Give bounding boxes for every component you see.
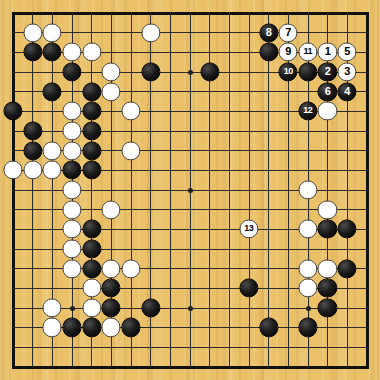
intersection-15-11[interactable]: [298, 219, 318, 239]
intersection-14-14[interactable]: [278, 278, 298, 298]
intersection-6-5[interactable]: [121, 101, 141, 121]
intersection-16-2[interactable]: 1: [318, 42, 338, 62]
intersection-14-15[interactable]: [278, 298, 298, 318]
intersection-6-18[interactable]: [121, 357, 141, 377]
intersection-12-14[interactable]: [239, 278, 259, 298]
intersection-7-6[interactable]: [141, 121, 161, 141]
intersection-13-12[interactable]: [259, 239, 279, 259]
intersection-9-2[interactable]: [180, 42, 200, 62]
intersection-18-17[interactable]: [357, 337, 377, 357]
intersection-2-11[interactable]: [42, 219, 62, 239]
intersection-1-1[interactable]: [23, 23, 43, 43]
intersection-11-11[interactable]: [219, 219, 239, 239]
intersection-18-1[interactable]: [357, 23, 377, 43]
intersection-17-9[interactable]: [337, 180, 357, 200]
intersection-8-10[interactable]: [160, 200, 180, 220]
intersection-13-2[interactable]: [259, 42, 279, 62]
intersection-4-14[interactable]: [82, 278, 102, 298]
intersection-16-16[interactable]: [318, 318, 338, 338]
intersection-1-8[interactable]: [23, 160, 43, 180]
intersection-16-9[interactable]: [318, 180, 338, 200]
intersection-6-4[interactable]: [121, 82, 141, 102]
intersection-1-15[interactable]: [23, 298, 43, 318]
intersection-0-6[interactable]: [3, 121, 23, 141]
intersection-7-10[interactable]: [141, 200, 161, 220]
intersection-1-10[interactable]: [23, 200, 43, 220]
intersection-2-1[interactable]: [42, 23, 62, 43]
intersection-1-9[interactable]: [23, 180, 43, 200]
intersection-2-2[interactable]: [42, 42, 62, 62]
intersection-5-9[interactable]: [101, 180, 121, 200]
intersection-10-10[interactable]: [200, 200, 220, 220]
intersection-18-8[interactable]: [357, 160, 377, 180]
intersection-7-9[interactable]: [141, 180, 161, 200]
intersection-8-16[interactable]: [160, 318, 180, 338]
intersection-4-5[interactable]: [82, 101, 102, 121]
intersection-7-14[interactable]: [141, 278, 161, 298]
intersection-16-14[interactable]: [318, 278, 338, 298]
intersection-4-1[interactable]: [82, 23, 102, 43]
intersection-4-3[interactable]: [82, 62, 102, 82]
intersection-14-17[interactable]: [278, 337, 298, 357]
intersection-14-16[interactable]: [278, 318, 298, 338]
intersection-2-0[interactable]: [42, 3, 62, 23]
intersection-13-14[interactable]: [259, 278, 279, 298]
intersection-11-1[interactable]: [219, 23, 239, 43]
intersection-17-18[interactable]: [337, 357, 357, 377]
intersection-16-15[interactable]: [318, 298, 338, 318]
intersection-16-3[interactable]: 2: [318, 62, 338, 82]
intersection-5-14[interactable]: [101, 278, 121, 298]
intersection-18-9[interactable]: [357, 180, 377, 200]
intersection-14-8[interactable]: [278, 160, 298, 180]
intersection-9-10[interactable]: [180, 200, 200, 220]
intersection-11-17[interactable]: [219, 337, 239, 357]
intersection-10-18[interactable]: [200, 357, 220, 377]
intersection-8-2[interactable]: [160, 42, 180, 62]
intersection-15-16[interactable]: [298, 318, 318, 338]
intersection-18-11[interactable]: [357, 219, 377, 239]
intersection-10-16[interactable]: [200, 318, 220, 338]
intersection-6-10[interactable]: [121, 200, 141, 220]
intersection-14-10[interactable]: [278, 200, 298, 220]
intersection-4-2[interactable]: [82, 42, 102, 62]
intersection-5-2[interactable]: [101, 42, 121, 62]
intersection-7-2[interactable]: [141, 42, 161, 62]
intersection-9-9[interactable]: [180, 180, 200, 200]
intersection-2-16[interactable]: [42, 318, 62, 338]
intersection-13-3[interactable]: [259, 62, 279, 82]
intersection-14-9[interactable]: [278, 180, 298, 200]
intersection-2-9[interactable]: [42, 180, 62, 200]
intersection-18-7[interactable]: [357, 141, 377, 161]
intersection-0-8[interactable]: [3, 160, 23, 180]
intersection-15-2[interactable]: 11: [298, 42, 318, 62]
intersection-16-6[interactable]: [318, 121, 338, 141]
intersection-0-4[interactable]: [3, 82, 23, 102]
intersection-2-6[interactable]: [42, 121, 62, 141]
intersection-17-14[interactable]: [337, 278, 357, 298]
intersection-8-0[interactable]: [160, 3, 180, 23]
intersection-1-6[interactable]: [23, 121, 43, 141]
intersection-10-14[interactable]: [200, 278, 220, 298]
intersection-8-15[interactable]: [160, 298, 180, 318]
intersection-4-0[interactable]: [82, 3, 102, 23]
intersection-11-6[interactable]: [219, 121, 239, 141]
intersection-0-3[interactable]: [3, 62, 23, 82]
intersection-3-13[interactable]: [62, 259, 82, 279]
intersection-4-18[interactable]: [82, 357, 102, 377]
intersection-15-1[interactable]: [298, 23, 318, 43]
intersection-0-17[interactable]: [3, 337, 23, 357]
intersection-2-3[interactable]: [42, 62, 62, 82]
intersection-10-17[interactable]: [200, 337, 220, 357]
intersection-8-17[interactable]: [160, 337, 180, 357]
intersection-1-14[interactable]: [23, 278, 43, 298]
intersection-1-2[interactable]: [23, 42, 43, 62]
intersection-10-4[interactable]: [200, 82, 220, 102]
intersection-14-12[interactable]: [278, 239, 298, 259]
intersection-12-4[interactable]: [239, 82, 259, 102]
intersection-4-9[interactable]: [82, 180, 102, 200]
intersection-18-13[interactable]: [357, 259, 377, 279]
intersection-0-9[interactable]: [3, 180, 23, 200]
intersection-6-11[interactable]: [121, 219, 141, 239]
intersection-17-4[interactable]: 4: [337, 82, 357, 102]
intersection-6-2[interactable]: [121, 42, 141, 62]
intersection-10-8[interactable]: [200, 160, 220, 180]
intersection-12-1[interactable]: [239, 23, 259, 43]
intersection-9-13[interactable]: [180, 259, 200, 279]
intersection-3-9[interactable]: [62, 180, 82, 200]
intersection-9-11[interactable]: [180, 219, 200, 239]
intersection-17-0[interactable]: [337, 3, 357, 23]
intersection-18-15[interactable]: [357, 298, 377, 318]
intersection-12-11[interactable]: 13: [239, 219, 259, 239]
intersection-4-10[interactable]: [82, 200, 102, 220]
intersection-10-3[interactable]: [200, 62, 220, 82]
intersection-0-11[interactable]: [3, 219, 23, 239]
intersection-5-11[interactable]: [101, 219, 121, 239]
intersection-16-7[interactable]: [318, 141, 338, 161]
intersection-17-3[interactable]: 3: [337, 62, 357, 82]
intersection-11-7[interactable]: [219, 141, 239, 161]
intersection-16-5[interactable]: [318, 101, 338, 121]
intersection-12-15[interactable]: [239, 298, 259, 318]
intersection-6-14[interactable]: [121, 278, 141, 298]
intersection-9-7[interactable]: [180, 141, 200, 161]
intersection-4-7[interactable]: [82, 141, 102, 161]
intersection-8-6[interactable]: [160, 121, 180, 141]
intersection-18-0[interactable]: [357, 3, 377, 23]
intersection-5-18[interactable]: [101, 357, 121, 377]
intersection-15-17[interactable]: [298, 337, 318, 357]
intersection-12-13[interactable]: [239, 259, 259, 279]
intersection-7-11[interactable]: [141, 219, 161, 239]
intersection-2-4[interactable]: [42, 82, 62, 102]
intersection-15-12[interactable]: [298, 239, 318, 259]
intersection-1-0[interactable]: [23, 3, 43, 23]
intersection-11-16[interactable]: [219, 318, 239, 338]
intersection-17-15[interactable]: [337, 298, 357, 318]
intersection-17-12[interactable]: [337, 239, 357, 259]
intersection-18-2[interactable]: [357, 42, 377, 62]
intersection-11-14[interactable]: [219, 278, 239, 298]
intersection-5-4[interactable]: [101, 82, 121, 102]
intersection-2-7[interactable]: [42, 141, 62, 161]
intersection-3-4[interactable]: [62, 82, 82, 102]
intersection-14-7[interactable]: [278, 141, 298, 161]
intersection-3-14[interactable]: [62, 278, 82, 298]
intersection-2-15[interactable]: [42, 298, 62, 318]
intersection-15-3[interactable]: [298, 62, 318, 82]
intersection-7-5[interactable]: [141, 101, 161, 121]
intersection-7-3[interactable]: [141, 62, 161, 82]
intersection-0-1[interactable]: [3, 23, 23, 43]
intersection-10-7[interactable]: [200, 141, 220, 161]
intersection-0-10[interactable]: [3, 200, 23, 220]
intersection-7-13[interactable]: [141, 259, 161, 279]
intersection-12-5[interactable]: [239, 101, 259, 121]
intersection-5-15[interactable]: [101, 298, 121, 318]
intersection-11-10[interactable]: [219, 200, 239, 220]
intersection-1-7[interactable]: [23, 141, 43, 161]
intersection-8-11[interactable]: [160, 219, 180, 239]
intersection-8-9[interactable]: [160, 180, 180, 200]
intersection-2-10[interactable]: [42, 200, 62, 220]
intersection-1-4[interactable]: [23, 82, 43, 102]
intersection-5-5[interactable]: [101, 101, 121, 121]
intersection-11-3[interactable]: [219, 62, 239, 82]
intersection-12-0[interactable]: [239, 3, 259, 23]
intersection-3-6[interactable]: [62, 121, 82, 141]
intersection-15-10[interactable]: [298, 200, 318, 220]
intersection-1-5[interactable]: [23, 101, 43, 121]
intersection-13-5[interactable]: [259, 101, 279, 121]
intersection-9-3[interactable]: [180, 62, 200, 82]
intersection-17-6[interactable]: [337, 121, 357, 141]
intersection-9-18[interactable]: [180, 357, 200, 377]
intersection-5-3[interactable]: [101, 62, 121, 82]
intersection-14-6[interactable]: [278, 121, 298, 141]
intersection-9-16[interactable]: [180, 318, 200, 338]
intersection-2-5[interactable]: [42, 101, 62, 121]
intersection-16-11[interactable]: [318, 219, 338, 239]
intersection-16-8[interactable]: [318, 160, 338, 180]
intersection-14-11[interactable]: [278, 219, 298, 239]
intersection-5-7[interactable]: [101, 141, 121, 161]
intersection-17-16[interactable]: [337, 318, 357, 338]
intersection-8-12[interactable]: [160, 239, 180, 259]
intersection-6-7[interactable]: [121, 141, 141, 161]
intersection-13-1[interactable]: 8: [259, 23, 279, 43]
intersection-6-9[interactable]: [121, 180, 141, 200]
intersection-4-11[interactable]: [82, 219, 102, 239]
intersection-9-6[interactable]: [180, 121, 200, 141]
intersection-11-15[interactable]: [219, 298, 239, 318]
intersection-9-15[interactable]: [180, 298, 200, 318]
intersection-6-6[interactable]: [121, 121, 141, 141]
intersection-10-0[interactable]: [200, 3, 220, 23]
intersection-7-15[interactable]: [141, 298, 161, 318]
intersection-18-12[interactable]: [357, 239, 377, 259]
intersection-2-13[interactable]: [42, 259, 62, 279]
intersection-3-5[interactable]: [62, 101, 82, 121]
intersection-7-0[interactable]: [141, 3, 161, 23]
intersection-4-4[interactable]: [82, 82, 102, 102]
intersection-10-2[interactable]: [200, 42, 220, 62]
intersection-7-18[interactable]: [141, 357, 161, 377]
intersection-13-17[interactable]: [259, 337, 279, 357]
intersection-11-2[interactable]: [219, 42, 239, 62]
intersection-3-16[interactable]: [62, 318, 82, 338]
intersection-0-12[interactable]: [3, 239, 23, 259]
intersection-12-2[interactable]: [239, 42, 259, 62]
intersection-17-8[interactable]: [337, 160, 357, 180]
intersection-8-18[interactable]: [160, 357, 180, 377]
intersection-15-0[interactable]: [298, 3, 318, 23]
intersection-10-13[interactable]: [200, 259, 220, 279]
intersection-12-10[interactable]: [239, 200, 259, 220]
intersection-9-14[interactable]: [180, 278, 200, 298]
intersection-7-12[interactable]: [141, 239, 161, 259]
intersection-5-8[interactable]: [101, 160, 121, 180]
intersection-3-3[interactable]: [62, 62, 82, 82]
intersection-7-16[interactable]: [141, 318, 161, 338]
intersection-0-2[interactable]: [3, 42, 23, 62]
intersection-11-5[interactable]: [219, 101, 239, 121]
intersection-9-17[interactable]: [180, 337, 200, 357]
intersection-6-12[interactable]: [121, 239, 141, 259]
intersection-4-17[interactable]: [82, 337, 102, 357]
intersection-17-10[interactable]: [337, 200, 357, 220]
intersection-11-9[interactable]: [219, 180, 239, 200]
intersection-0-14[interactable]: [3, 278, 23, 298]
intersection-8-1[interactable]: [160, 23, 180, 43]
intersection-18-16[interactable]: [357, 318, 377, 338]
intersection-17-17[interactable]: [337, 337, 357, 357]
intersection-16-17[interactable]: [318, 337, 338, 357]
intersection-12-12[interactable]: [239, 239, 259, 259]
intersection-14-18[interactable]: [278, 357, 298, 377]
intersection-15-4[interactable]: [298, 82, 318, 102]
intersection-7-1[interactable]: [141, 23, 161, 43]
intersection-1-16[interactable]: [23, 318, 43, 338]
intersection-18-10[interactable]: [357, 200, 377, 220]
intersection-0-13[interactable]: [3, 259, 23, 279]
intersection-14-13[interactable]: [278, 259, 298, 279]
intersection-16-4[interactable]: 6: [318, 82, 338, 102]
intersection-2-8[interactable]: [42, 160, 62, 180]
intersection-15-6[interactable]: [298, 121, 318, 141]
intersection-11-12[interactable]: [219, 239, 239, 259]
intersection-1-18[interactable]: [23, 357, 43, 377]
intersection-12-8[interactable]: [239, 160, 259, 180]
intersection-3-1[interactable]: [62, 23, 82, 43]
intersection-8-3[interactable]: [160, 62, 180, 82]
intersection-13-6[interactable]: [259, 121, 279, 141]
intersection-2-12[interactable]: [42, 239, 62, 259]
intersection-17-7[interactable]: [337, 141, 357, 161]
intersection-9-0[interactable]: [180, 3, 200, 23]
intersection-4-16[interactable]: [82, 318, 102, 338]
intersection-4-13[interactable]: [82, 259, 102, 279]
intersection-0-7[interactable]: [3, 141, 23, 161]
intersection-4-12[interactable]: [82, 239, 102, 259]
intersection-13-7[interactable]: [259, 141, 279, 161]
intersection-3-18[interactable]: [62, 357, 82, 377]
intersection-11-0[interactable]: [219, 3, 239, 23]
intersection-15-5[interactable]: 12: [298, 101, 318, 121]
intersection-12-6[interactable]: [239, 121, 259, 141]
intersection-17-5[interactable]: [337, 101, 357, 121]
intersection-2-17[interactable]: [42, 337, 62, 357]
intersection-18-4[interactable]: [357, 82, 377, 102]
intersection-3-12[interactable]: [62, 239, 82, 259]
go-board[interactable]: 87911151023641213: [0, 0, 380, 380]
intersection-5-12[interactable]: [101, 239, 121, 259]
intersection-5-1[interactable]: [101, 23, 121, 43]
intersection-11-13[interactable]: [219, 259, 239, 279]
intersection-16-1[interactable]: [318, 23, 338, 43]
intersection-2-18[interactable]: [42, 357, 62, 377]
intersection-14-2[interactable]: 9: [278, 42, 298, 62]
intersection-9-5[interactable]: [180, 101, 200, 121]
intersection-2-14[interactable]: [42, 278, 62, 298]
intersection-5-13[interactable]: [101, 259, 121, 279]
intersection-10-15[interactable]: [200, 298, 220, 318]
intersection-18-18[interactable]: [357, 357, 377, 377]
intersection-3-17[interactable]: [62, 337, 82, 357]
intersection-15-9[interactable]: [298, 180, 318, 200]
intersection-6-16[interactable]: [121, 318, 141, 338]
intersection-10-12[interactable]: [200, 239, 220, 259]
intersection-11-8[interactable]: [219, 160, 239, 180]
intersection-15-13[interactable]: [298, 259, 318, 279]
intersection-6-0[interactable]: [121, 3, 141, 23]
intersection-16-0[interactable]: [318, 3, 338, 23]
intersection-3-0[interactable]: [62, 3, 82, 23]
intersection-15-14[interactable]: [298, 278, 318, 298]
intersection-0-18[interactable]: [3, 357, 23, 377]
intersection-5-6[interactable]: [101, 121, 121, 141]
intersection-13-15[interactable]: [259, 298, 279, 318]
intersection-3-7[interactable]: [62, 141, 82, 161]
intersection-1-12[interactable]: [23, 239, 43, 259]
intersection-3-2[interactable]: [62, 42, 82, 62]
intersection-14-5[interactable]: [278, 101, 298, 121]
intersection-6-17[interactable]: [121, 337, 141, 357]
intersection-5-17[interactable]: [101, 337, 121, 357]
intersection-4-8[interactable]: [82, 160, 102, 180]
intersection-13-11[interactable]: [259, 219, 279, 239]
intersection-12-7[interactable]: [239, 141, 259, 161]
intersection-10-9[interactable]: [200, 180, 220, 200]
intersection-11-4[interactable]: [219, 82, 239, 102]
intersection-11-18[interactable]: [219, 357, 239, 377]
intersection-3-10[interactable]: [62, 200, 82, 220]
intersection-4-15[interactable]: [82, 298, 102, 318]
intersection-18-6[interactable]: [357, 121, 377, 141]
intersection-12-16[interactable]: [239, 318, 259, 338]
intersection-14-3[interactable]: 10: [278, 62, 298, 82]
intersection-8-13[interactable]: [160, 259, 180, 279]
intersection-8-8[interactable]: [160, 160, 180, 180]
intersection-10-1[interactable]: [200, 23, 220, 43]
intersection-5-0[interactable]: [101, 3, 121, 23]
intersection-12-17[interactable]: [239, 337, 259, 357]
intersection-13-8[interactable]: [259, 160, 279, 180]
